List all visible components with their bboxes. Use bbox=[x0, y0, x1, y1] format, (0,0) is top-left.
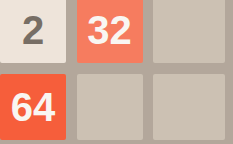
tile-2: 2 bbox=[0, 0, 66, 63]
tile-64: 64 bbox=[0, 74, 66, 140]
empty-cell bbox=[153, 0, 225, 63]
tile-32: 32 bbox=[77, 0, 143, 63]
game-viewport: 2 32 64 bbox=[0, 0, 233, 144]
2048-board[interactable]: 2 32 64 bbox=[0, 0, 225, 140]
empty-cell bbox=[153, 74, 225, 140]
empty-cell bbox=[77, 74, 143, 140]
